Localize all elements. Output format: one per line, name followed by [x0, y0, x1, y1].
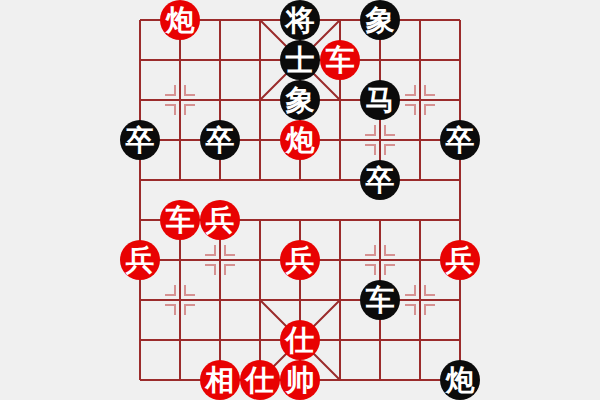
piece-red-chariot[interactable]: 车: [320, 40, 360, 80]
piece-black-chariot[interactable]: 车: [360, 280, 400, 320]
piece-black-horse[interactable]: 马: [360, 80, 400, 120]
piece-black-soldier[interactable]: 卒: [120, 120, 160, 160]
piece-red-soldier[interactable]: 兵: [440, 240, 480, 280]
piece-red-soldier[interactable]: 兵: [200, 200, 240, 240]
piece-red-advisor[interactable]: 仕: [280, 320, 320, 360]
piece-red-chariot[interactable]: 车: [160, 200, 200, 240]
piece-black-elephant[interactable]: 象: [360, 0, 400, 40]
piece-red-elephant[interactable]: 相: [200, 360, 240, 400]
piece-black-cannon[interactable]: 炮: [440, 360, 480, 400]
piece-red-soldier[interactable]: 兵: [120, 240, 160, 280]
piece-grid: 炮将象士车象马卒卒炮卒卒车兵兵兵兵车仕相仕帅炮: [120, 0, 480, 400]
piece-black-soldier[interactable]: 卒: [360, 160, 400, 200]
piece-red-advisor[interactable]: 仕: [240, 360, 280, 400]
piece-red-soldier[interactable]: 兵: [280, 240, 320, 280]
xiangqi-diagram: 炮将象士车象马卒卒炮卒卒车兵兵兵兵车仕相仕帅炮: [0, 0, 600, 400]
piece-black-soldier[interactable]: 卒: [200, 120, 240, 160]
piece-black-advisor[interactable]: 士: [280, 40, 320, 80]
piece-red-general[interactable]: 帅: [280, 360, 320, 400]
piece-black-elephant[interactable]: 象: [280, 80, 320, 120]
piece-red-cannon[interactable]: 炮: [280, 120, 320, 160]
piece-black-soldier[interactable]: 卒: [440, 120, 480, 160]
piece-black-general[interactable]: 将: [280, 0, 320, 40]
piece-red-cannon[interactable]: 炮: [160, 0, 200, 40]
